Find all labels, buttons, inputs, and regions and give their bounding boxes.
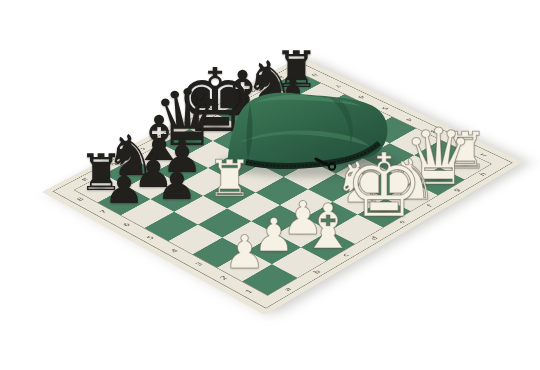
chess-board-mat: aabbccddeeffgghh8877665544332211 xyxy=(42,57,523,315)
chess-set-product-photo: aabbccddeeffgghh8877665544332211 ♜♞♟♝♟♚♛… xyxy=(0,0,540,370)
chess-board-grid xyxy=(75,72,491,295)
